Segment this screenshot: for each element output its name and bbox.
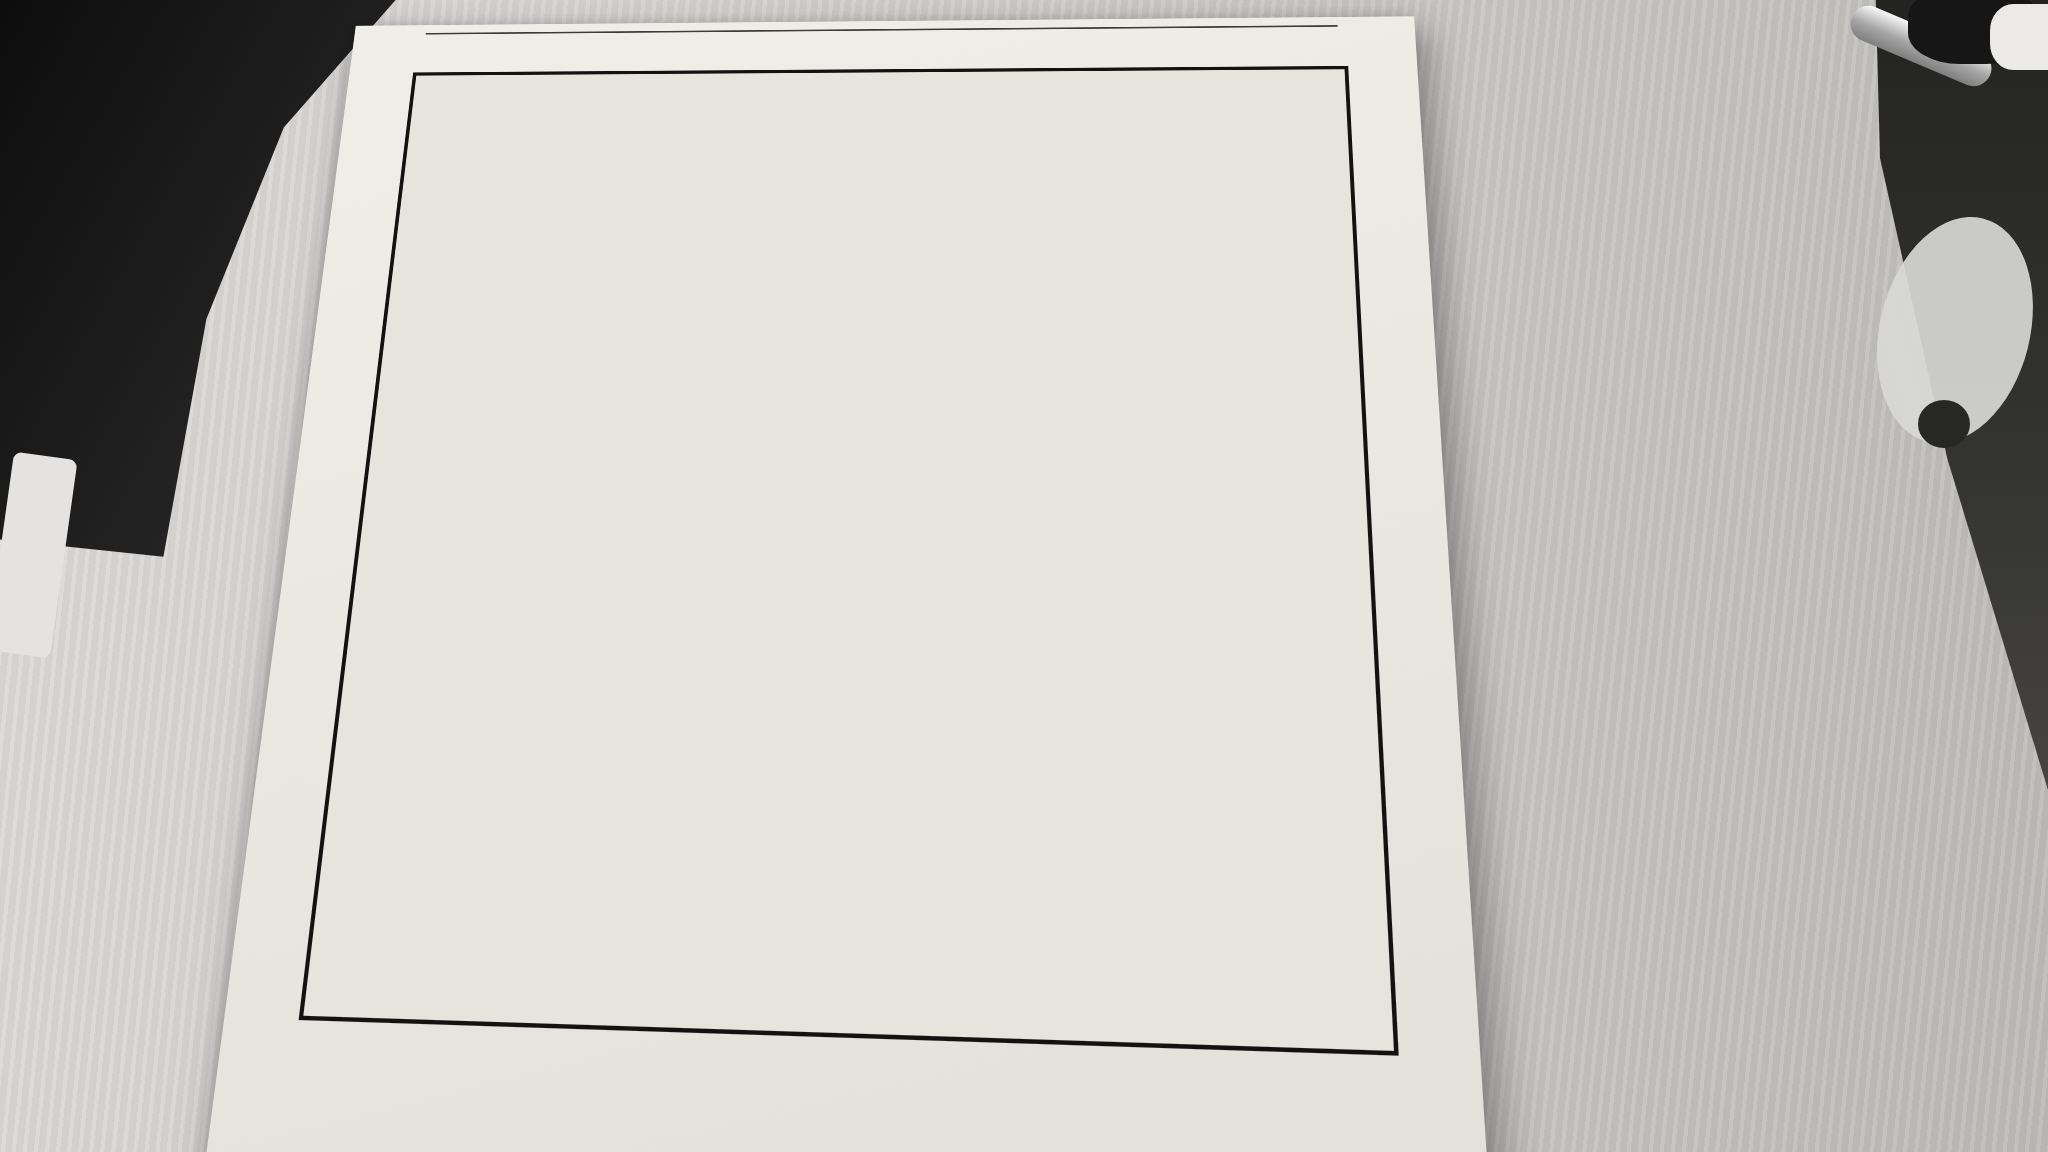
- floor-patch-left: [0, 452, 78, 659]
- chess-grid: [299, 66, 1399, 1056]
- photo-scene: [0, 0, 2048, 1152]
- shoe-sole: [1990, 4, 2048, 70]
- board-area: [254, 28, 1447, 1057]
- floor-dark-spot: [1918, 400, 1970, 448]
- chessboard-paper: [204, 16, 1491, 1152]
